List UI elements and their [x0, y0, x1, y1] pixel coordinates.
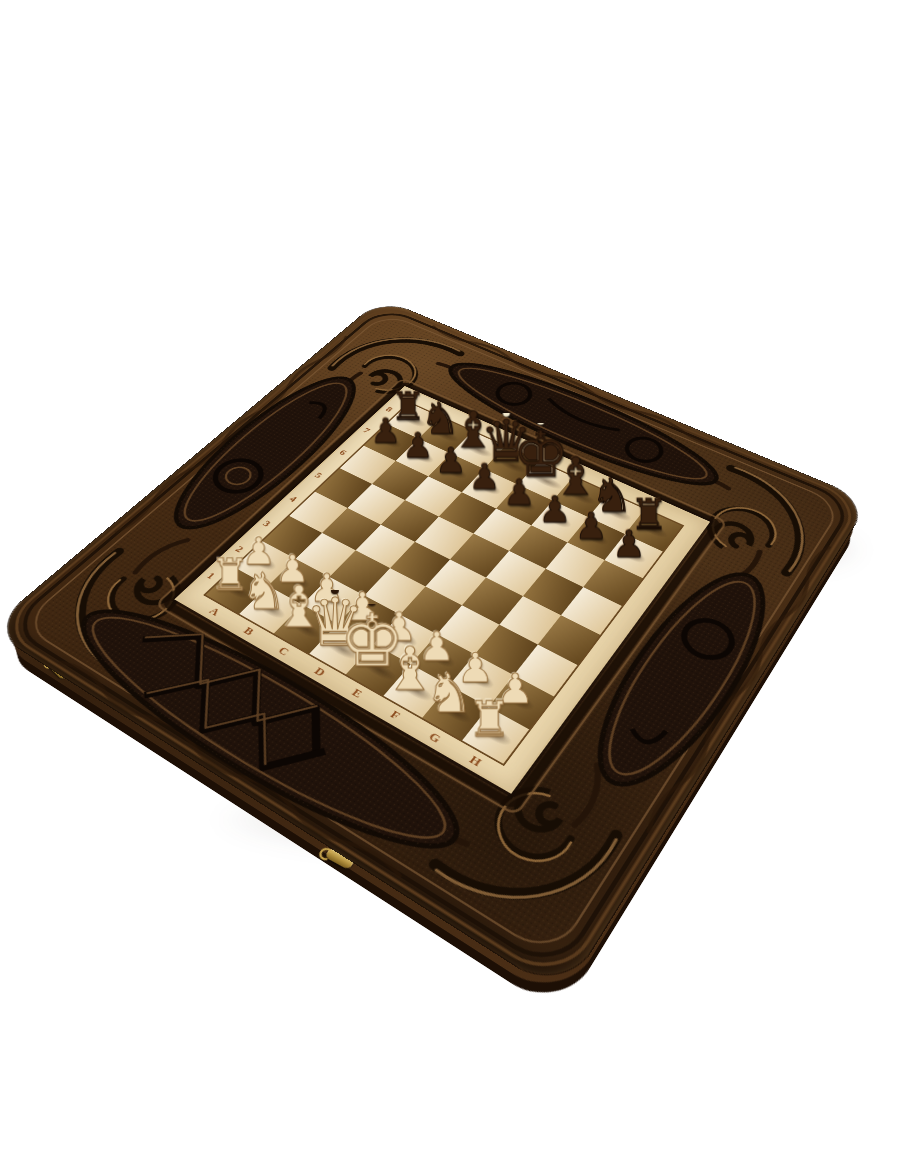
- pawn-glyph: ♟: [599, 525, 659, 562]
- finial-icon: [331, 586, 339, 594]
- piece-white-rook[interactable]: ♜: [456, 694, 524, 743]
- finial-icon: [503, 410, 510, 417]
- scene: ABCDEFGH12345678 ♜♞♝♛♚♝♞♜♟♟♟♟♟♟♟♟♟♟♟♟♟♟♟…: [0, 0, 900, 1174]
- rook-glyph: ♜: [456, 694, 524, 743]
- game-box-plane: ABCDEFGH12345678 ♜♞♝♛♚♝♞♜♟♟♟♟♟♟♟♟♟♟♟♟♟♟♟…: [0, 299, 869, 996]
- finial-icon: [537, 414, 544, 425]
- piece-black-pawn[interactable]: ♟: [599, 525, 659, 562]
- finial-icon: [368, 594, 376, 606]
